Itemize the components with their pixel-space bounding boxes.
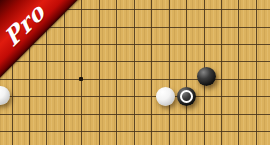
last-move-marker	[180, 90, 193, 103]
grid-horizontal-line	[0, 61, 270, 62]
grid-vertical-line	[81, 0, 82, 145]
grid-vertical-line	[116, 0, 117, 145]
grid-horizontal-line	[0, 114, 270, 115]
star-point	[79, 77, 83, 81]
grid-vertical-line	[186, 0, 187, 145]
grid-vertical-line	[151, 0, 152, 145]
grid-vertical-line	[238, 0, 239, 145]
grid-vertical-line	[256, 0, 257, 145]
white-stone	[0, 86, 10, 105]
grid-horizontal-line	[0, 96, 270, 97]
grid-vertical-line	[99, 0, 100, 145]
go-app-screenshot: Pro	[0, 0, 270, 145]
white-stone	[156, 87, 175, 106]
grid-horizontal-line	[0, 79, 270, 80]
black-stone	[177, 87, 196, 106]
grid-horizontal-line	[0, 131, 270, 132]
grid-horizontal-line	[0, 44, 270, 45]
grid-vertical-line	[64, 0, 65, 145]
black-stone	[197, 67, 216, 86]
grid-vertical-line	[221, 0, 222, 145]
grid-vertical-line	[169, 0, 170, 145]
grid-vertical-line	[134, 0, 135, 145]
